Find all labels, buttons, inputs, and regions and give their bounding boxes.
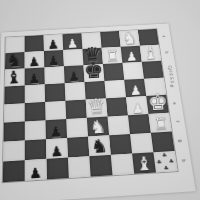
board-grid: ♟♟♞♞♟♟♛♜♟♝♝♟♟♚♟♛♟♚♟♞♜♟♞♟♝♣♣♣♣: [3, 29, 178, 182]
edge-label-f: f: [166, 116, 188, 127]
edge-label-e: e: [164, 98, 186, 108]
square-g5: [67, 137, 89, 158]
square-f4: ♞: [87, 117, 109, 137]
square-b6: ♟: [44, 50, 64, 67]
square-h5: [68, 156, 91, 178]
piece-bP: ♟: [48, 54, 60, 67]
piece-wQ: ♛: [87, 96, 107, 118]
square-d8: [4, 86, 24, 105]
piece-bP: ♟: [28, 72, 40, 85]
square-b4: ♛: [82, 48, 103, 65]
square-d5: [65, 82, 86, 101]
edge-label-g: g: [169, 135, 191, 146]
square-g2: [130, 133, 153, 154]
square-a2: ♞: [119, 30, 140, 47]
square-e6: [45, 101, 66, 120]
square-f3: [107, 115, 130, 135]
square-f2: [128, 114, 151, 134]
chess-board: ♟♟♞♞♟♟♛♜♟♝♝♟♟♚♟♛♟♚♟♞♜♟♞♟♝♣♣♣♣ abcdefgh C…: [0, 24, 196, 200]
piece-wP: ♟: [67, 37, 79, 50]
piece-bN: ♞: [91, 137, 109, 156]
square-a7: [25, 35, 44, 52]
edge-label-d: d: [161, 81, 182, 91]
square-b7: ♟: [25, 51, 45, 68]
square-d4: [85, 81, 106, 100]
piece-wP: ♟: [132, 101, 145, 115]
square-e7: [25, 102, 46, 121]
piece-bP: ♟: [47, 38, 59, 51]
brand-logo-glyph: ♣: [163, 165, 169, 171]
piece-bP: ♟: [28, 55, 40, 68]
piece-bQ: ♛: [83, 45, 102, 65]
edge-label-c: c: [159, 64, 180, 73]
square-a6: ♟: [44, 34, 64, 51]
piece-bP: ♟: [50, 125, 63, 139]
piece-wP: ♟: [130, 84, 142, 97]
square-c8: ♝: [5, 69, 25, 87]
square-f7: [25, 120, 46, 140]
square-b5: [63, 49, 83, 66]
square-g8: [3, 140, 25, 161]
photo-frame: ♟♟♞♞♟♟♛♜♟♝♝♟♟♚♟♛♟♚♟♞♜♟♞♟♝♣♣♣♣ abcdefgh C…: [0, 0, 200, 200]
square-c3: [103, 63, 124, 81]
square-a4: [81, 32, 101, 49]
square-d3: [104, 80, 126, 99]
brand-logo-glyph: ♣: [162, 152, 168, 158]
brand-logo-glyph: ♣: [156, 159, 162, 165]
edge-label-a: a: [154, 32, 174, 41]
square-h2: ♝: [132, 152, 156, 174]
square-b8: ♞: [5, 52, 25, 70]
square-g7: [25, 139, 47, 160]
square-e4: ♛: [86, 98, 108, 117]
piece-wN: ♞: [122, 29, 138, 46]
square-h4: [89, 155, 112, 177]
square-b3: ♜: [102, 47, 123, 64]
piece-bP: ♟: [68, 70, 80, 83]
square-e2: ♟: [126, 96, 148, 115]
piece-bB: ♝: [6, 69, 23, 87]
square-b2: ♟: [121, 46, 142, 63]
square-h8: [3, 160, 25, 182]
square-g6: ♟: [46, 138, 68, 159]
piece-bP: ♟: [50, 144, 63, 158]
square-f6: ♟: [46, 119, 68, 139]
square-g4: ♞: [88, 135, 111, 156]
piece-wB: ♝: [135, 154, 153, 174]
square-a8: [5, 36, 24, 53]
square-a5: ♟: [63, 33, 83, 50]
square-h7: ♟: [25, 159, 47, 181]
square-c2: [122, 62, 144, 80]
square-c5: ♟: [64, 65, 85, 83]
piece-bP: ♟: [29, 166, 42, 181]
square-e3: [106, 97, 128, 116]
square-f8: [4, 121, 25, 141]
piece-wP: ♟: [126, 50, 138, 63]
square-g3: [109, 134, 132, 155]
square-a3: [100, 31, 120, 48]
square-c4: ♚: [83, 64, 104, 82]
square-c6: [44, 66, 64, 84]
piece-bN: ♞: [6, 52, 22, 70]
edge-label-b: b: [156, 48, 176, 57]
piece-wN: ♞: [89, 117, 106, 136]
square-d7: [25, 84, 45, 103]
square-e8: [4, 103, 25, 123]
edge-label-h: h: [172, 155, 195, 166]
square-c7: ♟: [25, 67, 45, 85]
square-d6: [45, 83, 66, 102]
square-h6: [46, 158, 68, 180]
square-d2: ♟: [124, 79, 146, 98]
square-f5: [66, 118, 88, 138]
square-e5: [65, 100, 86, 119]
piece-wR: ♜: [105, 48, 119, 64]
square-h3: [111, 154, 135, 176]
